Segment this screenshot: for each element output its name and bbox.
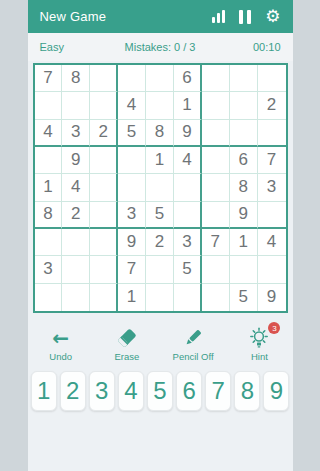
cell-r9c9[interactable]: 9 xyxy=(258,284,286,311)
cell-r2c4[interactable]: 4 xyxy=(118,92,146,119)
cell-r1c9[interactable] xyxy=(258,65,286,92)
cell-r4c3[interactable] xyxy=(90,147,118,174)
cell-r6c8[interactable]: 9 xyxy=(230,202,258,229)
cell-r9c6[interactable] xyxy=(174,284,202,311)
cell-r5c3[interactable] xyxy=(90,174,118,201)
cell-r6c2[interactable]: 2 xyxy=(62,202,90,229)
cell-r7c3[interactable] xyxy=(90,229,118,256)
header-icons: ⚙ xyxy=(212,8,280,25)
cell-r6c5[interactable]: 5 xyxy=(146,202,174,229)
numpad: 123456789 xyxy=(28,371,293,411)
cell-r6c4[interactable]: 3 xyxy=(118,202,146,229)
cell-r1c3[interactable] xyxy=(90,65,118,92)
cell-r3c7[interactable] xyxy=(202,120,230,147)
cell-r4c2[interactable]: 9 xyxy=(62,147,90,174)
cell-r8c1[interactable]: 3 xyxy=(35,256,63,283)
cell-r1c2[interactable]: 8 xyxy=(62,65,90,92)
cell-r8c7[interactable] xyxy=(202,256,230,283)
cell-r3c1[interactable]: 4 xyxy=(35,120,63,147)
erase-label: Erase xyxy=(114,351,139,362)
cell-r9c2[interactable] xyxy=(62,284,90,311)
cell-r5c7[interactable] xyxy=(202,174,230,201)
numpad-button-6[interactable]: 6 xyxy=(176,371,202,411)
cell-r5c9[interactable]: 3 xyxy=(258,174,286,201)
erase-button[interactable]: Erase xyxy=(94,326,160,362)
cell-r7c4[interactable]: 9 xyxy=(118,229,146,256)
cell-r1c4[interactable] xyxy=(118,65,146,92)
cell-r3c2[interactable]: 3 xyxy=(62,120,90,147)
undo-arrow-icon: ← xyxy=(52,328,69,348)
undo-label: Undo xyxy=(49,351,72,362)
cell-r5c8[interactable]: 8 xyxy=(230,174,258,201)
cell-r6c6[interactable] xyxy=(174,202,202,229)
cell-r1c6[interactable]: 6 xyxy=(174,65,202,92)
cell-r2c9[interactable]: 2 xyxy=(258,92,286,119)
settings-gear-icon[interactable]: ⚙ xyxy=(265,8,280,25)
numpad-button-8[interactable]: 8 xyxy=(234,371,260,411)
cell-r3c6[interactable]: 9 xyxy=(174,120,202,147)
cell-r5c4[interactable] xyxy=(118,174,146,201)
cell-r4c7[interactable] xyxy=(202,147,230,174)
cell-r4c9[interactable]: 7 xyxy=(258,147,286,174)
cell-r5c6[interactable] xyxy=(174,174,202,201)
eraser-icon xyxy=(115,326,139,350)
cell-r6c3[interactable] xyxy=(90,202,118,229)
numpad-button-7[interactable]: 7 xyxy=(205,371,231,411)
cell-r7c6[interactable]: 3 xyxy=(174,229,202,256)
pencil-button[interactable]: Pencil Off xyxy=(160,326,226,362)
cell-r4c6[interactable]: 4 xyxy=(174,147,202,174)
cell-r4c8[interactable]: 6 xyxy=(230,147,258,174)
cell-r2c1[interactable] xyxy=(35,92,63,119)
cell-r5c5[interactable] xyxy=(146,174,174,201)
timer: 00:10 xyxy=(253,41,281,53)
numpad-button-3[interactable]: 3 xyxy=(89,371,115,411)
sudoku-board: 78641243258991467148382359923714375159 xyxy=(33,63,288,313)
cell-r2c2[interactable] xyxy=(62,92,90,119)
cell-r1c8[interactable] xyxy=(230,65,258,92)
hint-count-badge: 3 xyxy=(268,322,280,334)
cell-r2c6[interactable]: 1 xyxy=(174,92,202,119)
cell-r3c4[interactable]: 5 xyxy=(118,120,146,147)
cell-r7c5[interactable]: 2 xyxy=(146,229,174,256)
cell-r9c5[interactable] xyxy=(146,284,174,311)
cell-r3c9[interactable] xyxy=(258,120,286,147)
app-header: New Game ⚙ xyxy=(28,0,293,33)
numpad-button-4[interactable]: 4 xyxy=(118,371,144,411)
cell-r7c1[interactable] xyxy=(35,229,63,256)
hint-button[interactable]: 3 Hint xyxy=(226,326,292,362)
cell-r7c2[interactable] xyxy=(62,229,90,256)
sudoku-app: New Game ⚙ Easy Mistakes: 0 / 3 00:10 78… xyxy=(28,0,293,471)
cell-r9c8[interactable]: 5 xyxy=(230,284,258,311)
cell-r9c1[interactable] xyxy=(35,284,63,311)
cell-r4c4[interactable] xyxy=(118,147,146,174)
cell-r1c1[interactable]: 7 xyxy=(35,65,63,92)
cell-r6c7[interactable] xyxy=(202,202,230,229)
cell-r2c5[interactable] xyxy=(146,92,174,119)
numpad-button-5[interactable]: 5 xyxy=(147,371,173,411)
hint-label: Hint xyxy=(251,351,268,362)
cell-r5c2[interactable]: 4 xyxy=(62,174,90,201)
stats-icon[interactable] xyxy=(212,10,225,23)
cell-r4c1[interactable] xyxy=(35,147,63,174)
numpad-button-2[interactable]: 2 xyxy=(60,371,86,411)
cell-r9c3[interactable] xyxy=(90,284,118,311)
cell-r1c7[interactable] xyxy=(202,65,230,92)
cell-r9c7[interactable] xyxy=(202,284,230,311)
cell-r3c5[interactable]: 8 xyxy=(146,120,174,147)
cell-r1c5[interactable] xyxy=(146,65,174,92)
cell-r8c5[interactable] xyxy=(146,256,174,283)
numpad-button-9[interactable]: 9 xyxy=(263,371,289,411)
pencil-label: Pencil Off xyxy=(173,351,214,362)
cell-r9c4[interactable]: 1 xyxy=(118,284,146,311)
cell-r8c4[interactable]: 7 xyxy=(118,256,146,283)
toolbar: ← Undo Erase xyxy=(28,326,293,362)
cell-r8c8[interactable] xyxy=(230,256,258,283)
cell-r6c9[interactable] xyxy=(258,202,286,229)
cell-r8c2[interactable] xyxy=(62,256,90,283)
cell-r7c7[interactable]: 7 xyxy=(202,229,230,256)
cell-r2c8[interactable] xyxy=(230,92,258,119)
pencil-icon xyxy=(181,326,205,350)
difficulty-label: Easy xyxy=(40,41,64,53)
cell-r7c9[interactable]: 4 xyxy=(258,229,286,256)
cell-r4c5[interactable]: 1 xyxy=(146,147,174,174)
cell-r8c3[interactable] xyxy=(90,256,118,283)
cell-r6c1[interactable]: 8 xyxy=(35,202,63,229)
cell-r8c9[interactable] xyxy=(258,256,286,283)
cell-r3c8[interactable] xyxy=(230,120,258,147)
numpad-button-1[interactable]: 1 xyxy=(31,371,57,411)
cell-r8c6[interactable]: 5 xyxy=(174,256,202,283)
pause-icon[interactable] xyxy=(239,10,251,24)
undo-button[interactable]: ← Undo xyxy=(28,326,94,362)
status-bar: Easy Mistakes: 0 / 3 00:10 xyxy=(28,33,293,61)
page-title[interactable]: New Game xyxy=(40,9,107,24)
cell-r2c7[interactable] xyxy=(202,92,230,119)
cell-r5c1[interactable]: 1 xyxy=(35,174,63,201)
cell-r2c3[interactable] xyxy=(90,92,118,119)
cell-r3c3[interactable]: 2 xyxy=(90,120,118,147)
cell-r7c8[interactable]: 1 xyxy=(230,229,258,256)
